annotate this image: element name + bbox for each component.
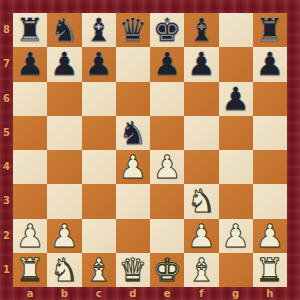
square-d5[interactable]: ♞ bbox=[116, 116, 150, 150]
black-pawn-piece: ♟ bbox=[187, 48, 216, 80]
square-h4[interactable] bbox=[253, 150, 287, 184]
square-h3[interactable] bbox=[253, 184, 287, 218]
file-label-b: b bbox=[47, 287, 81, 300]
white-bishop-piece: ♝ bbox=[84, 254, 113, 286]
black-king-piece: ♚ bbox=[153, 14, 182, 46]
board-frame: 87654321 ♜♞♝♛♚♝♜♟♟♟♟♟♟♟♞♟♟♞♟♟♟♟♟♜♞♝♛♚♝♜ … bbox=[0, 0, 300, 300]
black-rook-piece: ♜ bbox=[16, 14, 45, 46]
square-h1[interactable]: ♜ bbox=[253, 253, 287, 287]
square-e5[interactable] bbox=[150, 116, 184, 150]
square-d2[interactable] bbox=[116, 219, 150, 253]
square-a5[interactable] bbox=[13, 116, 47, 150]
square-a8[interactable]: ♜ bbox=[13, 13, 47, 47]
black-queen-piece: ♛ bbox=[119, 14, 148, 46]
square-a2[interactable]: ♟ bbox=[13, 219, 47, 253]
black-bishop-piece: ♝ bbox=[187, 14, 216, 46]
rank-label-5: 5 bbox=[0, 116, 13, 150]
square-a4[interactable] bbox=[13, 150, 47, 184]
black-pawn-piece: ♟ bbox=[16, 48, 45, 80]
square-e7[interactable]: ♟ bbox=[150, 47, 184, 81]
black-bishop-piece: ♝ bbox=[84, 14, 113, 46]
white-king-piece: ♚ bbox=[153, 254, 182, 286]
white-pawn-piece: ♟ bbox=[16, 220, 45, 252]
square-d8[interactable]: ♛ bbox=[116, 13, 150, 47]
square-b5[interactable] bbox=[47, 116, 81, 150]
square-f3[interactable]: ♞ bbox=[184, 184, 218, 218]
black-rook-piece: ♜ bbox=[256, 14, 285, 46]
square-c8[interactable]: ♝ bbox=[82, 13, 116, 47]
black-pawn-piece: ♟ bbox=[50, 48, 79, 80]
square-h5[interactable] bbox=[253, 116, 287, 150]
black-knight-piece: ♞ bbox=[119, 117, 148, 149]
file-label-e: e bbox=[150, 287, 184, 300]
white-pawn-piece: ♟ bbox=[153, 151, 182, 183]
file-labels: abcdefgh bbox=[13, 287, 287, 300]
white-bishop-piece: ♝ bbox=[187, 254, 216, 286]
white-pawn-piece: ♟ bbox=[256, 220, 285, 252]
rank-label-3: 3 bbox=[0, 184, 13, 218]
black-pawn-piece: ♟ bbox=[221, 83, 250, 115]
white-rook-piece: ♜ bbox=[16, 254, 45, 286]
square-d3[interactable] bbox=[116, 184, 150, 218]
square-g7[interactable] bbox=[219, 47, 253, 81]
square-e8[interactable]: ♚ bbox=[150, 13, 184, 47]
square-a6[interactable] bbox=[13, 82, 47, 116]
square-b6[interactable] bbox=[47, 82, 81, 116]
square-f7[interactable]: ♟ bbox=[184, 47, 218, 81]
square-f8[interactable]: ♝ bbox=[184, 13, 218, 47]
square-f4[interactable] bbox=[184, 150, 218, 184]
square-h2[interactable]: ♟ bbox=[253, 219, 287, 253]
square-g5[interactable] bbox=[219, 116, 253, 150]
file-label-d: d bbox=[116, 287, 150, 300]
black-pawn-piece: ♟ bbox=[84, 48, 113, 80]
black-pawn-piece: ♟ bbox=[153, 48, 182, 80]
rank-label-4: 4 bbox=[0, 150, 13, 184]
rank-label-7: 7 bbox=[0, 47, 13, 81]
square-e3[interactable] bbox=[150, 184, 184, 218]
square-f1[interactable]: ♝ bbox=[184, 253, 218, 287]
square-d6[interactable] bbox=[116, 82, 150, 116]
square-b1[interactable]: ♞ bbox=[47, 253, 81, 287]
square-e1[interactable]: ♚ bbox=[150, 253, 184, 287]
square-h8[interactable]: ♜ bbox=[253, 13, 287, 47]
square-d1[interactable]: ♛ bbox=[116, 253, 150, 287]
black-pawn-piece: ♟ bbox=[256, 48, 285, 80]
white-pawn-piece: ♟ bbox=[187, 220, 216, 252]
square-g8[interactable] bbox=[219, 13, 253, 47]
white-pawn-piece: ♟ bbox=[221, 220, 250, 252]
white-rook-piece: ♜ bbox=[256, 254, 285, 286]
square-a1[interactable]: ♜ bbox=[13, 253, 47, 287]
square-e4[interactable]: ♟ bbox=[150, 150, 184, 184]
square-g2[interactable]: ♟ bbox=[219, 219, 253, 253]
rank-label-6: 6 bbox=[0, 82, 13, 116]
square-c6[interactable] bbox=[82, 82, 116, 116]
white-knight-piece: ♞ bbox=[187, 185, 216, 217]
rank-label-8: 8 bbox=[0, 13, 13, 47]
square-h7[interactable]: ♟ bbox=[253, 47, 287, 81]
file-label-f: f bbox=[184, 287, 218, 300]
square-e2[interactable] bbox=[150, 219, 184, 253]
file-label-h: h bbox=[253, 287, 287, 300]
square-c5[interactable] bbox=[82, 116, 116, 150]
square-b8[interactable]: ♞ bbox=[47, 13, 81, 47]
square-e6[interactable] bbox=[150, 82, 184, 116]
square-h6[interactable] bbox=[253, 82, 287, 116]
square-b3[interactable] bbox=[47, 184, 81, 218]
square-a3[interactable] bbox=[13, 184, 47, 218]
square-a7[interactable]: ♟ bbox=[13, 47, 47, 81]
white-knight-piece: ♞ bbox=[50, 254, 79, 286]
rank-label-2: 2 bbox=[0, 219, 13, 253]
file-label-g: g bbox=[219, 287, 253, 300]
square-c1[interactable]: ♝ bbox=[82, 253, 116, 287]
square-b4[interactable] bbox=[47, 150, 81, 184]
square-b2[interactable]: ♟ bbox=[47, 219, 81, 253]
square-b7[interactable]: ♟ bbox=[47, 47, 81, 81]
square-d4[interactable]: ♟ bbox=[116, 150, 150, 184]
white-pawn-piece: ♟ bbox=[50, 220, 79, 252]
square-f2[interactable]: ♟ bbox=[184, 219, 218, 253]
white-pawn-piece: ♟ bbox=[119, 151, 148, 183]
chess-board: ♜♞♝♛♚♝♜♟♟♟♟♟♟♟♞♟♟♞♟♟♟♟♟♜♞♝♛♚♝♜ bbox=[13, 13, 287, 287]
file-label-c: c bbox=[82, 287, 116, 300]
square-d7[interactable] bbox=[116, 47, 150, 81]
square-f6[interactable] bbox=[184, 82, 218, 116]
rank-labels: 87654321 bbox=[0, 13, 13, 287]
square-c2[interactable] bbox=[82, 219, 116, 253]
square-c3[interactable] bbox=[82, 184, 116, 218]
black-knight-piece: ♞ bbox=[50, 14, 79, 46]
square-c4[interactable] bbox=[82, 150, 116, 184]
square-g6[interactable]: ♟ bbox=[219, 82, 253, 116]
square-g3[interactable] bbox=[219, 184, 253, 218]
file-label-a: a bbox=[13, 287, 47, 300]
square-g1[interactable] bbox=[219, 253, 253, 287]
square-f5[interactable] bbox=[184, 116, 218, 150]
white-queen-piece: ♛ bbox=[119, 254, 148, 286]
square-c7[interactable]: ♟ bbox=[82, 47, 116, 81]
square-g4[interactable] bbox=[219, 150, 253, 184]
rank-label-1: 1 bbox=[0, 253, 13, 287]
